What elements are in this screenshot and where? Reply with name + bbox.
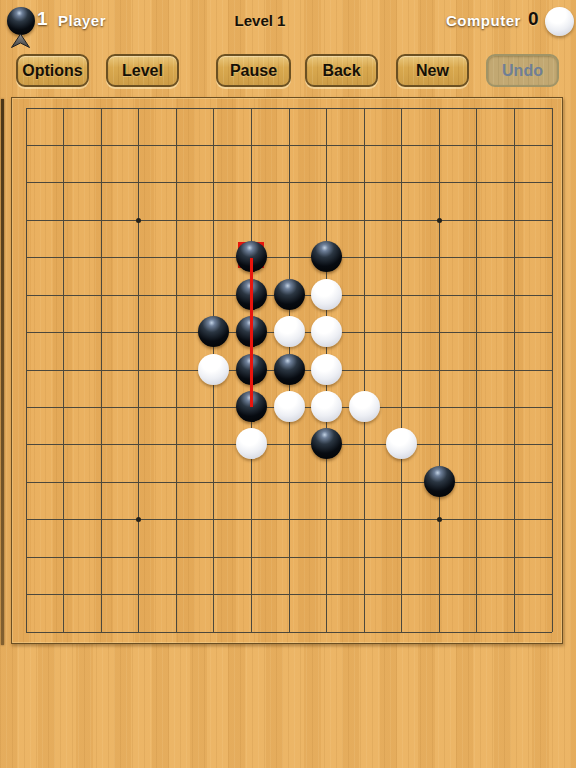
grid-line-horizontal [26, 444, 552, 445]
stone-white [311, 279, 342, 310]
player-score: 1 [37, 8, 48, 30]
stone-white [311, 391, 342, 422]
grid-line-horizontal [26, 519, 552, 520]
options-button[interactable]: Options [16, 54, 89, 87]
winning-line [250, 258, 253, 408]
star-point [136, 218, 141, 223]
stone-black [424, 466, 455, 497]
app-background: 1 Player Level 1 Computer 0 Options Leve… [0, 0, 576, 768]
star-point [437, 517, 442, 522]
stone-black [274, 279, 305, 310]
turn-indicator-arrow-icon [11, 34, 30, 48]
grid-line-vertical [364, 108, 365, 632]
board [11, 97, 563, 644]
grid-line-horizontal [26, 557, 552, 558]
stone-white [311, 316, 342, 347]
stone-white [236, 428, 267, 459]
board-grid[interactable] [26, 108, 552, 632]
stone-black [198, 316, 229, 347]
pause-button[interactable]: Pause [216, 54, 291, 87]
new-button[interactable]: New [396, 54, 469, 87]
stone-white [274, 316, 305, 347]
grid-line-vertical [552, 108, 553, 632]
star-point [136, 517, 141, 522]
grid-line-horizontal [26, 594, 552, 595]
player-label: Player [58, 12, 106, 29]
stone-white [349, 391, 380, 422]
stone-white [274, 391, 305, 422]
level-label: Level 1 [210, 12, 310, 29]
star-point [437, 218, 442, 223]
grid-line-vertical [514, 108, 515, 632]
stone-white [386, 428, 417, 459]
back-button[interactable]: Back [305, 54, 378, 87]
board-left-shadow [1, 99, 4, 645]
computer-score: 0 [528, 8, 539, 30]
grid-line-horizontal [26, 632, 552, 633]
level-button[interactable]: Level [106, 54, 179, 87]
grid-line-horizontal [26, 482, 552, 483]
grid-line-vertical [476, 108, 477, 632]
stone-black [311, 241, 342, 272]
grid-line-vertical [401, 108, 402, 632]
stone-black [311, 428, 342, 459]
stone-black [274, 354, 305, 385]
stone-white [311, 354, 342, 385]
player-black-stone-icon [7, 7, 35, 35]
computer-white-stone-icon [545, 7, 574, 36]
undo-button[interactable]: Undo [486, 54, 559, 87]
grid-line-vertical [439, 108, 440, 632]
computer-label: Computer [446, 12, 521, 29]
stone-white [198, 354, 229, 385]
